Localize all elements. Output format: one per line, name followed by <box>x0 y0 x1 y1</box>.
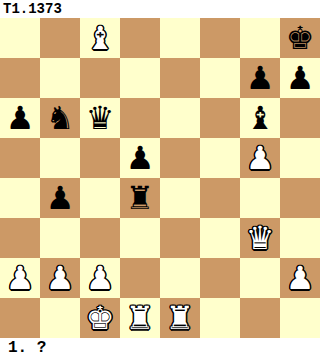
square-b3[interactable] <box>40 218 80 258</box>
square-d1[interactable]: ♜ <box>120 298 160 338</box>
square-a2[interactable]: ♟ <box>0 258 40 298</box>
square-f8[interactable] <box>200 18 240 58</box>
square-c2[interactable]: ♟ <box>80 258 120 298</box>
square-h7[interactable]: ♟ <box>280 58 320 98</box>
black-pawn: ♟ <box>126 138 155 178</box>
square-f1[interactable] <box>200 298 240 338</box>
square-e6[interactable] <box>160 98 200 138</box>
black-king: ♚ <box>286 18 315 58</box>
square-e1[interactable]: ♜ <box>160 298 200 338</box>
black-knight: ♞ <box>46 98 75 138</box>
square-g5[interactable]: ♟ <box>240 138 280 178</box>
square-f6[interactable] <box>200 98 240 138</box>
square-e7[interactable] <box>160 58 200 98</box>
square-f5[interactable] <box>200 138 240 178</box>
square-g8[interactable] <box>240 18 280 58</box>
square-d3[interactable] <box>120 218 160 258</box>
square-a4[interactable] <box>0 178 40 218</box>
square-b1[interactable] <box>40 298 80 338</box>
square-b5[interactable] <box>40 138 80 178</box>
square-a1[interactable] <box>0 298 40 338</box>
square-b4[interactable]: ♟ <box>40 178 80 218</box>
square-a3[interactable] <box>0 218 40 258</box>
square-a5[interactable] <box>0 138 40 178</box>
square-d4[interactable]: ♜ <box>120 178 160 218</box>
square-c8[interactable]: ♝ <box>80 18 120 58</box>
black-pawn: ♟ <box>246 58 275 98</box>
black-rook: ♜ <box>126 178 155 218</box>
black-pawn: ♟ <box>6 98 35 138</box>
square-h5[interactable] <box>280 138 320 178</box>
square-h4[interactable] <box>280 178 320 218</box>
square-g6[interactable]: ♝ <box>240 98 280 138</box>
white-rook: ♜ <box>166 298 195 338</box>
chess-board: ♝ ♚ ♟ ♟ ♟ ♞ ♛ ♝ ♟ ♟ ♟ ♜ ♛ ♟ ♟ ♟ ♟ ♚ ♜ <box>0 18 320 338</box>
square-g3[interactable]: ♛ <box>240 218 280 258</box>
square-c4[interactable] <box>80 178 120 218</box>
square-h2[interactable]: ♟ <box>280 258 320 298</box>
square-g2[interactable] <box>240 258 280 298</box>
square-g4[interactable] <box>240 178 280 218</box>
move-prompt: 1. ? <box>0 338 320 360</box>
white-pawn: ♟ <box>6 258 35 298</box>
square-b2[interactable]: ♟ <box>40 258 80 298</box>
square-h1[interactable] <box>280 298 320 338</box>
black-pawn: ♟ <box>46 178 75 218</box>
square-e5[interactable] <box>160 138 200 178</box>
square-b6[interactable]: ♞ <box>40 98 80 138</box>
square-d8[interactable] <box>120 18 160 58</box>
square-d7[interactable] <box>120 58 160 98</box>
white-pawn: ♟ <box>46 258 75 298</box>
square-h3[interactable] <box>280 218 320 258</box>
square-c7[interactable] <box>80 58 120 98</box>
square-f3[interactable] <box>200 218 240 258</box>
square-b8[interactable] <box>40 18 80 58</box>
square-d5[interactable]: ♟ <box>120 138 160 178</box>
white-bishop: ♝ <box>86 18 115 58</box>
square-c6[interactable]: ♛ <box>80 98 120 138</box>
square-e4[interactable] <box>160 178 200 218</box>
white-pawn: ♟ <box>246 138 275 178</box>
white-queen: ♛ <box>246 218 275 258</box>
puzzle-title: T1.1373 <box>0 0 320 18</box>
square-f4[interactable] <box>200 178 240 218</box>
square-h6[interactable] <box>280 98 320 138</box>
square-c3[interactable] <box>80 218 120 258</box>
square-c5[interactable] <box>80 138 120 178</box>
square-a7[interactable] <box>0 58 40 98</box>
black-queen: ♛ <box>86 98 115 138</box>
square-g7[interactable]: ♟ <box>240 58 280 98</box>
white-pawn: ♟ <box>86 258 115 298</box>
white-rook: ♜ <box>126 298 155 338</box>
black-bishop: ♝ <box>246 98 275 138</box>
square-e8[interactable] <box>160 18 200 58</box>
square-f7[interactable] <box>200 58 240 98</box>
white-pawn: ♟ <box>286 258 315 298</box>
square-h8[interactable]: ♚ <box>280 18 320 58</box>
square-g1[interactable] <box>240 298 280 338</box>
square-f2[interactable] <box>200 258 240 298</box>
white-king: ♚ <box>86 298 115 338</box>
square-e3[interactable] <box>160 218 200 258</box>
square-e2[interactable] <box>160 258 200 298</box>
square-d6[interactable] <box>120 98 160 138</box>
square-d2[interactable] <box>120 258 160 298</box>
square-a8[interactable] <box>0 18 40 58</box>
black-pawn: ♟ <box>286 58 315 98</box>
square-b7[interactable] <box>40 58 80 98</box>
square-c1[interactable]: ♚ <box>80 298 120 338</box>
square-a6[interactable]: ♟ <box>0 98 40 138</box>
